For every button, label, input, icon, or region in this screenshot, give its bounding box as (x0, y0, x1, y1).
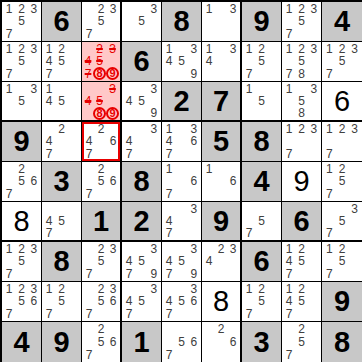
cell-r7c7[interactable]: 6 (242, 242, 282, 282)
candidate-grid: 123567 (3, 283, 40, 320)
candidate-5: 5 (336, 175, 349, 187)
candidate-2: 2 (336, 123, 349, 135)
candidate-7: 7 (43, 227, 55, 239)
candidate-5: 5 (255, 215, 267, 227)
given-digit: 4 (334, 7, 350, 36)
cell-r8c8[interactable]: 12457 (282, 282, 322, 322)
candidate-5: 5 (95, 336, 107, 349)
candidate-8: 8 (93, 107, 106, 120)
candidate-1: 1 (283, 123, 295, 135)
candidate-2: 2 (95, 3, 107, 15)
candidate-3: 3 (227, 243, 239, 255)
candidate-7: 7 (323, 68, 336, 80)
candidate-6: 6 (227, 175, 239, 187)
candidate-4: 4 (123, 255, 135, 267)
given-digit: 4 (13, 328, 29, 357)
candidate-2: 2 (95, 123, 107, 135)
given-digit: 9 (213, 207, 229, 236)
candidate-3: 3 (106, 83, 119, 95)
candidate-2: 2 (15, 3, 27, 15)
candidate-5: 5 (295, 295, 307, 307)
candidate-5: 5 (15, 255, 27, 267)
candidate-6: 6 (107, 336, 119, 349)
candidate-grid: 23567 (83, 283, 119, 320)
candidate-7: 7 (163, 348, 175, 361)
candidate-2: 2 (295, 3, 307, 15)
candidate-2: 2 (295, 283, 307, 295)
cell-r4c2[interactable]: 247 (42, 122, 82, 162)
candidate-5: 5 (15, 15, 27, 27)
cell-r5c8[interactable]: 9 (282, 162, 322, 202)
cell-r3c2[interactable]: 145 (42, 82, 82, 122)
candidate-5: 5 (175, 295, 187, 307)
cell-r5c1[interactable]: 2567 (2, 162, 42, 202)
given-digit: 9 (334, 287, 350, 316)
cell-r5c7[interactable]: 4 (242, 162, 282, 202)
candidate-grid: 3457 (123, 283, 160, 320)
candidate-5: 5 (135, 295, 147, 307)
cell-r2c8[interactable]: 123578 (282, 42, 322, 82)
candidate-1: 1 (283, 243, 295, 255)
candidate-grid: 234 (203, 243, 239, 280)
candidate-3: 3 (188, 243, 200, 255)
cell-r5c4[interactable]: 8 (122, 162, 162, 202)
cell-r6c8[interactable]: 6 (282, 202, 322, 242)
candidate-grid: 1257 (323, 163, 361, 200)
candidate-7: 7 (123, 268, 135, 280)
cell-r9c5[interactable]: 567 (162, 322, 202, 362)
candidate-2: 2 (15, 283, 27, 295)
candidate-6: 6 (188, 175, 200, 187)
candidate-4: 4 (163, 135, 175, 147)
candidate-2: 2 (295, 323, 307, 336)
cell-r1c9[interactable]: 4 (322, 2, 362, 42)
candidate-1: 1 (203, 163, 215, 175)
cell-r4c7[interactable]: 8 (242, 122, 282, 162)
candidate-1: 1 (283, 43, 295, 55)
cell-r2c9[interactable]: 12357 (322, 42, 362, 82)
candidate-grid: 12357 (323, 43, 361, 80)
candidate-grid: 35 (123, 3, 160, 40)
candidate-grid: 12457 (43, 43, 80, 80)
candidate-6: 6 (188, 135, 200, 147)
cell-r2c7[interactable]: 1257 (242, 42, 282, 82)
candidate-9: 9 (188, 68, 200, 80)
candidate-1: 1 (243, 43, 255, 55)
cell-r7c9[interactable]: 1257 (322, 242, 362, 282)
candidate-2: 2 (336, 243, 349, 255)
cell-r3c9[interactable]: 6 (322, 82, 362, 122)
candidate-grid: 347 (163, 203, 200, 239)
candidate-3: 3 (28, 3, 40, 15)
solved-digit: 9 (293, 167, 309, 196)
candidate-4: 4 (123, 295, 135, 307)
candidate-7: 7 (283, 268, 295, 280)
cell-r3c7[interactable]: 15 (242, 82, 282, 122)
candidate-5: 5 (15, 295, 27, 307)
candidate-7: 7 (163, 268, 175, 280)
candidate-grid: 1358 (283, 83, 320, 119)
candidate-grid: 1237 (323, 123, 361, 160)
cell-r4c1[interactable]: 9 (2, 122, 42, 162)
candidate-7: 7 (3, 188, 15, 200)
candidate-6: 6 (188, 336, 200, 349)
candidate-7: 7 (123, 308, 135, 320)
cell-r4c4[interactable]: 347 (122, 122, 162, 162)
cell-r8c9[interactable]: 9 (322, 282, 362, 322)
cell-r8c4[interactable]: 3457 (122, 282, 162, 322)
cell-r2c3[interactable]: 2345789 (82, 42, 122, 82)
cell-r8c6[interactable]: 8 (202, 282, 242, 322)
candidate-7: 7 (283, 148, 295, 160)
candidate-3: 3 (188, 283, 200, 295)
cell-r5c2[interactable]: 3 (42, 162, 82, 202)
cell-r3c4[interactable]: 3459 (122, 82, 162, 122)
candidate-7: 7 (83, 67, 93, 80)
cell-r2c2[interactable]: 12457 (42, 42, 82, 82)
candidate-grid: 567 (163, 323, 200, 361)
candidate-7: 7 (43, 308, 55, 320)
candidate-4: 4 (43, 55, 55, 67)
solved-digit: 8 (213, 287, 229, 316)
cell-r4c3[interactable]: 2467 (82, 122, 122, 162)
cell-r2c5[interactable]: 13459 (162, 42, 202, 82)
candidate-5: 5 (55, 55, 67, 67)
cell-r7c5[interactable]: 34579 (162, 242, 202, 282)
candidate-4: 4 (83, 55, 93, 67)
candidate-7: 7 (3, 28, 15, 40)
candidate-2: 2 (336, 163, 349, 175)
candidate-7: 7 (323, 188, 336, 200)
candidate-5: 5 (135, 15, 147, 27)
candidate-7: 7 (3, 268, 15, 280)
candidate-grid: 34589 (83, 83, 119, 119)
given-digit: 1 (133, 328, 149, 357)
candidate-5: 5 (55, 215, 67, 227)
solved-digit: 8 (13, 207, 29, 236)
candidate-grid: 2567 (83, 163, 119, 200)
candidate-3: 3 (188, 43, 200, 55)
given-digit: 8 (133, 167, 149, 196)
candidate-4: 4 (83, 95, 93, 107)
candidate-grid: 34567 (163, 283, 200, 320)
cell-r6c9[interactable]: 357 (322, 202, 362, 242)
sudoku-board: 1235762357358139123574123571245723457896… (0, 0, 362, 362)
candidate-4: 4 (83, 135, 95, 147)
cell-r9c2[interactable]: 9 (42, 322, 82, 362)
cell-r7c8[interactable]: 12457 (282, 242, 322, 282)
candidate-3: 3 (348, 123, 361, 135)
candidate-2: 2 (55, 283, 67, 295)
given-digit: 9 (13, 127, 29, 156)
candidate-6: 6 (107, 295, 119, 307)
cell-r6c4[interactable]: 2 (122, 202, 162, 242)
given-digit: 6 (53, 7, 69, 36)
candidate-3: 3 (148, 283, 160, 295)
candidate-1: 1 (43, 283, 55, 295)
candidate-3: 3 (308, 43, 320, 55)
candidate-3: 3 (28, 243, 40, 255)
cell-r8c1[interactable]: 123567 (2, 282, 42, 322)
cell-r7c2[interactable]: 8 (42, 242, 82, 282)
candidate-5: 5 (95, 15, 107, 27)
candidate-1: 1 (203, 3, 215, 15)
candidate-5: 5 (336, 55, 349, 67)
candidate-4: 4 (123, 95, 135, 107)
candidate-grid: 1257 (323, 243, 361, 280)
candidate-1: 1 (323, 243, 336, 255)
candidate-5: 5 (336, 215, 349, 227)
candidate-3: 3 (348, 43, 361, 55)
cell-r7c6[interactable]: 234 (202, 242, 242, 282)
cell-r9c1[interactable]: 4 (2, 322, 42, 362)
cell-r3c3[interactable]: 34589 (82, 82, 122, 122)
cell-r1c6[interactable]: 13 (202, 2, 242, 42)
candidate-4: 4 (43, 135, 55, 147)
cell-r2c4[interactable]: 6 (122, 42, 162, 82)
cell-r8c5[interactable]: 34567 (162, 282, 202, 322)
given-digit: 5 (213, 127, 229, 156)
cell-r6c3[interactable]: 1 (82, 202, 122, 242)
candidate-4: 4 (283, 295, 295, 307)
candidate-7: 7 (163, 188, 175, 200)
candidate-grid: 12357 (283, 3, 320, 40)
cell-r1c4[interactable]: 35 (122, 2, 162, 42)
given-digit: 6 (253, 247, 269, 276)
candidate-5: 5 (93, 55, 106, 67)
candidate-7: 7 (283, 68, 295, 80)
candidate-7: 7 (3, 308, 15, 320)
candidate-1: 1 (3, 283, 15, 295)
candidate-7: 7 (283, 308, 295, 320)
candidate-7: 7 (243, 308, 255, 320)
candidate-3: 3 (308, 123, 320, 135)
candidate-grid: 57 (243, 203, 280, 239)
candidate-grid: 12457 (283, 283, 320, 320)
candidate-2: 2 (95, 283, 107, 295)
cell-r6c2[interactable]: 457 (42, 202, 82, 242)
candidate-5: 5 (336, 255, 349, 267)
candidate-4: 4 (123, 135, 135, 147)
candidate-5: 5 (15, 55, 27, 67)
candidate-7: 7 (283, 348, 295, 361)
candidate-3: 3 (28, 83, 40, 95)
candidate-6: 6 (107, 175, 119, 187)
candidate-2: 2 (215, 323, 227, 336)
candidate-3: 3 (188, 123, 200, 135)
given-digit: 6 (293, 207, 309, 236)
candidate-5: 5 (175, 55, 187, 67)
candidate-grid: 13459 (163, 43, 200, 80)
candidate-5: 5 (135, 255, 147, 267)
candidate-2: 2 (215, 243, 227, 255)
cell-r5c3[interactable]: 2567 (82, 162, 122, 202)
cell-r8c3[interactable]: 23567 (82, 282, 122, 322)
given-digit: 3 (53, 167, 69, 196)
candidate-3: 3 (28, 283, 40, 295)
candidate-5: 5 (55, 95, 67, 107)
candidate-5: 5 (295, 55, 307, 67)
candidate-grid: 13467 (163, 123, 200, 160)
cell-r2c1[interactable]: 12357 (2, 42, 42, 82)
candidate-1: 1 (163, 43, 175, 55)
cell-r6c1[interactable]: 8 (2, 202, 42, 242)
candidate-8: 8 (295, 68, 307, 80)
cell-r9c4[interactable]: 1 (122, 322, 162, 362)
candidate-1: 1 (43, 43, 55, 55)
candidate-9: 9 (106, 107, 119, 120)
candidate-7: 7 (83, 308, 95, 320)
cell-r1c2[interactable]: 6 (42, 2, 82, 42)
candidate-7: 7 (83, 348, 95, 361)
candidate-6: 6 (28, 295, 40, 307)
candidate-1: 1 (323, 123, 336, 135)
candidate-2: 2 (55, 43, 67, 55)
cell-r3c8[interactable]: 1358 (282, 82, 322, 122)
candidate-2: 2 (295, 243, 307, 255)
candidate-5: 5 (255, 55, 267, 67)
candidate-9: 9 (148, 268, 160, 280)
cell-r7c1[interactable]: 12357 (2, 242, 42, 282)
cell-r8c2[interactable]: 1257 (42, 282, 82, 322)
candidate-7: 7 (83, 268, 95, 280)
cell-r3c6[interactable]: 7 (202, 82, 242, 122)
cell-r4c8[interactable]: 1237 (282, 122, 322, 162)
candidate-grid: 16 (203, 163, 239, 200)
candidate-6: 6 (227, 336, 239, 349)
cell-r3c1[interactable]: 135 (2, 82, 42, 122)
candidate-7: 7 (323, 268, 336, 280)
cell-r5c6[interactable]: 16 (202, 162, 242, 202)
candidate-3: 3 (107, 3, 119, 15)
given-digit: 8 (173, 7, 189, 36)
candidate-7: 7 (163, 227, 175, 239)
candidate-1: 1 (3, 43, 15, 55)
candidate-5: 5 (255, 95, 267, 107)
candidate-grid: 2567 (3, 163, 40, 200)
candidate-1: 1 (283, 283, 295, 295)
candidate-5: 5 (95, 255, 107, 267)
cell-r1c3[interactable]: 2357 (82, 2, 122, 42)
candidate-9: 9 (148, 107, 160, 119)
candidate-grid: 1257 (243, 283, 280, 320)
candidate-3: 3 (348, 203, 361, 215)
cell-r6c6[interactable]: 9 (202, 202, 242, 242)
candidate-7: 7 (123, 148, 135, 160)
cell-r4c6[interactable]: 5 (202, 122, 242, 162)
candidate-1: 1 (243, 283, 255, 295)
candidate-5: 5 (15, 175, 27, 187)
candidate-1: 1 (3, 83, 15, 95)
cell-r2c6[interactable]: 134 (202, 42, 242, 82)
candidate-5: 5 (135, 95, 147, 107)
candidate-7: 7 (323, 227, 336, 239)
cell-r9c3[interactable]: 2567 (82, 322, 122, 362)
candidate-grid: 2357 (83, 243, 119, 280)
candidate-grid: 135 (3, 83, 40, 119)
candidate-4: 4 (163, 255, 175, 267)
given-digit: 4 (253, 167, 269, 196)
candidate-3: 3 (28, 43, 40, 55)
cell-r1c5[interactable]: 8 (162, 2, 202, 42)
cell-r6c5[interactable]: 347 (162, 202, 202, 242)
cell-r9c8[interactable]: 257 (282, 322, 322, 362)
cell-r7c3[interactable]: 2357 (82, 242, 122, 282)
candidate-7: 7 (83, 28, 95, 40)
candidate-3: 3 (107, 243, 119, 255)
candidate-grid: 257 (283, 323, 320, 361)
candidate-2: 2 (295, 43, 307, 55)
cell-r9c6[interactable]: 26 (202, 322, 242, 362)
given-digit: 3 (253, 328, 269, 357)
candidate-2: 2 (336, 43, 349, 55)
given-digit: 8 (334, 328, 350, 357)
cell-r6c7[interactable]: 57 (242, 202, 282, 242)
candidate-4: 4 (163, 55, 175, 67)
candidate-grid: 13 (203, 3, 239, 40)
candidate-grid: 12457 (283, 243, 320, 280)
candidate-grid: 2345789 (83, 43, 119, 80)
cell-r9c9[interactable]: 8 (322, 322, 362, 362)
candidate-3: 3 (148, 83, 160, 95)
candidate-grid: 457 (43, 203, 80, 239)
candidate-8: 8 (93, 67, 106, 80)
candidate-2: 2 (295, 123, 307, 135)
cell-r7c4[interactable]: 34579 (122, 242, 162, 282)
candidate-7: 7 (83, 148, 95, 160)
candidate-grid: 12357 (3, 3, 40, 40)
cell-r1c8[interactable]: 12357 (282, 2, 322, 42)
candidate-grid: 1257 (243, 43, 280, 80)
cell-r5c5[interactable]: 167 (162, 162, 202, 202)
candidate-3: 3 (107, 283, 119, 295)
candidate-1: 1 (3, 3, 15, 15)
candidate-6: 6 (107, 135, 119, 147)
candidate-2: 2 (15, 163, 27, 175)
candidate-5: 5 (295, 336, 307, 349)
given-digit: 2 (173, 87, 189, 116)
candidate-4: 4 (163, 295, 175, 307)
candidate-6: 6 (28, 175, 40, 187)
candidate-4: 4 (283, 255, 295, 267)
candidate-4: 4 (203, 255, 215, 267)
cell-r1c7[interactable]: 9 (242, 2, 282, 42)
cell-r3c5[interactable]: 2 (162, 82, 202, 122)
candidate-grid: 34579 (123, 243, 160, 280)
cell-r4c9[interactable]: 1237 (322, 122, 362, 162)
cell-r8c7[interactable]: 1257 (242, 282, 282, 322)
candidate-grid: 12357 (3, 43, 40, 80)
given-digit: 8 (253, 127, 269, 156)
cell-r4c5[interactable]: 13467 (162, 122, 202, 162)
cell-r5c9[interactable]: 1257 (322, 162, 362, 202)
candidate-2: 2 (15, 243, 27, 255)
candidate-3: 3 (308, 83, 320, 95)
given-digit: 9 (53, 328, 69, 357)
candidate-7: 7 (243, 68, 255, 80)
candidate-1: 1 (3, 243, 15, 255)
cell-r1c1[interactable]: 12357 (2, 2, 42, 42)
candidate-grid: 145 (43, 83, 80, 119)
candidate-7: 7 (323, 148, 336, 160)
candidate-5: 5 (295, 255, 307, 267)
cell-r9c7[interactable]: 3 (242, 322, 282, 362)
candidate-7: 7 (243, 227, 255, 239)
candidate-7: 7 (43, 68, 55, 80)
candidate-5: 5 (295, 15, 307, 27)
candidate-3: 3 (308, 3, 320, 15)
candidate-grid: 123578 (283, 43, 320, 80)
